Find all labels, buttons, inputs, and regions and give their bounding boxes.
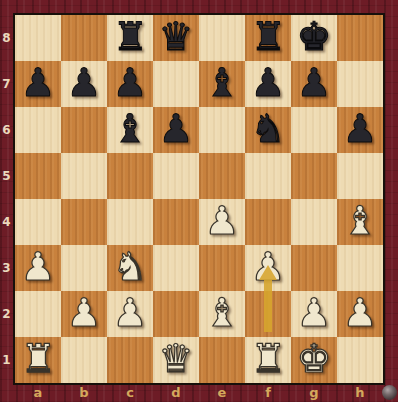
square-e3[interactable]: [199, 245, 245, 291]
rank-label-3: 3: [0, 245, 13, 291]
piece-black-pawn[interactable]: ♟: [61, 61, 107, 107]
square-g8[interactable]: ♚: [291, 15, 337, 61]
square-h7[interactable]: [337, 61, 383, 107]
piece-black-knight[interactable]: ♞: [245, 107, 291, 153]
piece-white-rook[interactable]: ♜: [15, 337, 61, 383]
file-label-f: f: [245, 385, 291, 402]
piece-white-pawn[interactable]: ♟: [245, 245, 291, 291]
square-c5[interactable]: [107, 153, 153, 199]
rank-label-4: 4: [0, 199, 13, 245]
square-g2[interactable]: ♟: [291, 291, 337, 337]
piece-white-rook[interactable]: ♜: [245, 337, 291, 383]
piece-black-pawn[interactable]: ♟: [107, 61, 153, 107]
square-a4[interactable]: [15, 199, 61, 245]
square-h3[interactable]: [337, 245, 383, 291]
piece-black-king[interactable]: ♚: [291, 15, 337, 61]
square-a5[interactable]: [15, 153, 61, 199]
square-c2[interactable]: ♟: [107, 291, 153, 337]
square-e8[interactable]: [199, 15, 245, 61]
board-outline: ♜♛♜♚♟♟♟♝♟♟♝♟♞♟♟♝♟♞♟♟♟♝♟♟♜♛♜♚: [13, 13, 385, 385]
square-a2[interactable]: [15, 291, 61, 337]
file-label-d: d: [153, 385, 199, 402]
rank-label-8: 8: [0, 15, 13, 61]
square-b8[interactable]: [61, 15, 107, 61]
piece-white-pawn[interactable]: ♟: [15, 245, 61, 291]
file-label-c: c: [107, 385, 153, 402]
piece-white-knight[interactable]: ♞: [107, 245, 153, 291]
piece-black-rook[interactable]: ♜: [245, 15, 291, 61]
square-f8[interactable]: ♜: [245, 15, 291, 61]
square-e5[interactable]: [199, 153, 245, 199]
file-label-e: e: [199, 385, 245, 402]
file-label-a: a: [15, 385, 61, 402]
square-h8[interactable]: [337, 15, 383, 61]
piece-black-pawn[interactable]: ♟: [245, 61, 291, 107]
square-g1[interactable]: ♚: [291, 337, 337, 383]
square-d7[interactable]: [153, 61, 199, 107]
chess-board[interactable]: ♜♛♜♚♟♟♟♝♟♟♝♟♞♟♟♝♟♞♟♟♟♝♟♟♜♛♜♚: [15, 15, 383, 383]
square-h1[interactable]: [337, 337, 383, 383]
piece-white-bishop[interactable]: ♝: [337, 199, 383, 245]
file-label-g: g: [291, 385, 337, 402]
square-g6[interactable]: [291, 107, 337, 153]
piece-white-pawn[interactable]: ♟: [199, 199, 245, 245]
piece-white-pawn[interactable]: ♟: [291, 291, 337, 337]
square-c6[interactable]: ♝: [107, 107, 153, 153]
piece-black-queen[interactable]: ♛: [153, 15, 199, 61]
square-g4[interactable]: [291, 199, 337, 245]
square-b5[interactable]: [61, 153, 107, 199]
file-label-b: b: [61, 385, 107, 402]
piece-black-pawn[interactable]: ♟: [337, 107, 383, 153]
square-d2[interactable]: [153, 291, 199, 337]
square-e1[interactable]: [199, 337, 245, 383]
piece-black-pawn[interactable]: ♟: [153, 107, 199, 153]
rank-label-5: 5: [0, 153, 13, 199]
piece-black-bishop[interactable]: ♝: [107, 107, 153, 153]
square-e4[interactable]: ♟: [199, 199, 245, 245]
piece-white-pawn[interactable]: ♟: [107, 291, 153, 337]
square-a1[interactable]: ♜: [15, 337, 61, 383]
square-a8[interactable]: [15, 15, 61, 61]
square-c7[interactable]: ♟: [107, 61, 153, 107]
square-c1[interactable]: [107, 337, 153, 383]
square-c8[interactable]: ♜: [107, 15, 153, 61]
square-b6[interactable]: [61, 107, 107, 153]
square-b4[interactable]: [61, 199, 107, 245]
piece-white-queen[interactable]: ♛: [153, 337, 199, 383]
rank-label-7: 7: [0, 61, 13, 107]
square-d4[interactable]: [153, 199, 199, 245]
piece-white-king[interactable]: ♚: [291, 337, 337, 383]
square-e6[interactable]: [199, 107, 245, 153]
chess-board-frame: 87654321 abcdefgh ♜♛♜♚♟♟♟♝♟♟♝♟♞♟♟♝♟♞♟♟♟♝…: [0, 0, 398, 402]
square-a7[interactable]: ♟: [15, 61, 61, 107]
rank-label-6: 6: [0, 107, 13, 153]
square-h2[interactable]: ♟: [337, 291, 383, 337]
piece-black-bishop[interactable]: ♝: [199, 61, 245, 107]
square-f5[interactable]: [245, 153, 291, 199]
square-c3[interactable]: ♞: [107, 245, 153, 291]
square-g3[interactable]: [291, 245, 337, 291]
square-b7[interactable]: ♟: [61, 61, 107, 107]
square-h6[interactable]: ♟: [337, 107, 383, 153]
square-h5[interactable]: [337, 153, 383, 199]
square-d1[interactable]: ♛: [153, 337, 199, 383]
piece-black-pawn[interactable]: ♟: [291, 61, 337, 107]
square-g7[interactable]: ♟: [291, 61, 337, 107]
piece-black-rook[interactable]: ♜: [107, 15, 153, 61]
square-e7[interactable]: ♝: [199, 61, 245, 107]
square-g5[interactable]: [291, 153, 337, 199]
square-b1[interactable]: [61, 337, 107, 383]
square-b2[interactable]: ♟: [61, 291, 107, 337]
square-a6[interactable]: [15, 107, 61, 153]
square-b3[interactable]: [61, 245, 107, 291]
piece-white-pawn[interactable]: ♟: [61, 291, 107, 337]
square-e2[interactable]: ♝: [199, 291, 245, 337]
rank-label-1: 1: [0, 337, 13, 383]
rank-label-2: 2: [0, 291, 13, 337]
square-f7[interactable]: ♟: [245, 61, 291, 107]
square-f4[interactable]: [245, 199, 291, 245]
square-a3[interactable]: ♟: [15, 245, 61, 291]
square-f3[interactable]: ♟: [245, 245, 291, 291]
square-h4[interactable]: ♝: [337, 199, 383, 245]
square-f1[interactable]: ♜: [245, 337, 291, 383]
square-d6[interactable]: ♟: [153, 107, 199, 153]
square-f2[interactable]: [245, 291, 291, 337]
square-c4[interactable]: [107, 199, 153, 245]
piece-white-bishop[interactable]: ♝: [199, 291, 245, 337]
corner-dot-icon: [382, 385, 397, 400]
square-d3[interactable]: [153, 245, 199, 291]
piece-white-pawn[interactable]: ♟: [337, 291, 383, 337]
piece-black-pawn[interactable]: ♟: [15, 61, 61, 107]
square-d8[interactable]: ♛: [153, 15, 199, 61]
file-label-h: h: [337, 385, 383, 402]
square-f6[interactable]: ♞: [245, 107, 291, 153]
square-d5[interactable]: [153, 153, 199, 199]
